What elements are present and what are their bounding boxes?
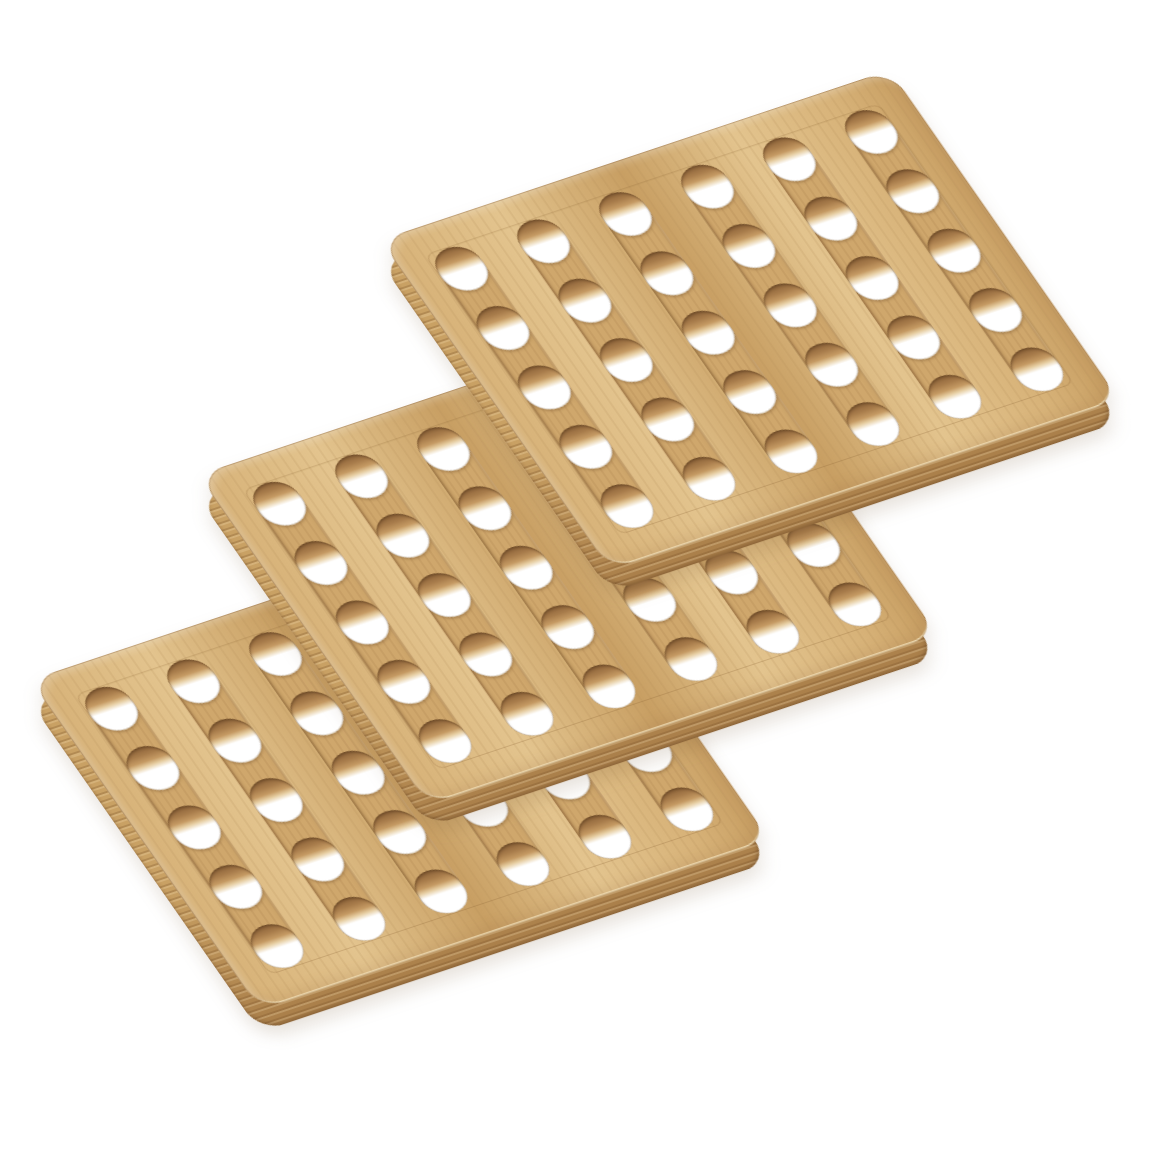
slot-hole	[491, 540, 563, 596]
slot-hole	[713, 218, 785, 274]
slot-hole	[532, 599, 604, 655]
slot-hole	[631, 246, 703, 302]
slot-hole	[549, 273, 621, 329]
slot-hole	[591, 332, 663, 388]
slot-hole	[450, 627, 522, 683]
slot-hole	[282, 832, 354, 888]
slot-hole	[673, 305, 745, 361]
slot-hole	[409, 567, 481, 623]
slot-hole	[796, 337, 868, 393]
slot-hole	[836, 250, 908, 306]
slot-hole	[755, 278, 827, 334]
slot-hole	[199, 713, 271, 769]
slot-hole	[632, 392, 704, 448]
slot-hole	[449, 481, 521, 537]
slot-hole	[878, 310, 950, 366]
slot-hole	[714, 364, 786, 420]
slot-hole	[241, 772, 313, 828]
slot-hole	[795, 191, 867, 247]
product-photo-canvas	[0, 0, 1160, 1160]
slot-hole	[367, 508, 439, 564]
